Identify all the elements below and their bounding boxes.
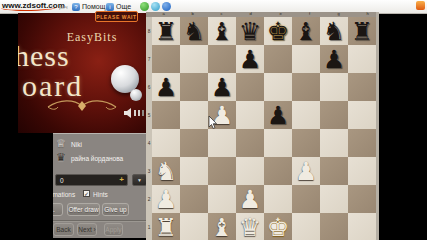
square-h6[interactable] bbox=[348, 73, 376, 101]
rank-label-6: 6 bbox=[147, 76, 152, 98]
white-crown-icon: ♕ bbox=[56, 138, 66, 149]
file-label-b: b bbox=[185, 12, 201, 16]
next-button[interactable]: Next › bbox=[77, 223, 97, 236]
square-a7[interactable] bbox=[152, 45, 180, 73]
rank-label-4: 4 bbox=[147, 132, 152, 154]
more-label: Още bbox=[116, 3, 131, 10]
piece-black-rook-h8[interactable]: ♜ bbox=[348, 17, 376, 45]
square-h7[interactable] bbox=[348, 45, 376, 73]
give-up-button[interactable]: Give up bbox=[102, 203, 129, 216]
square-h3[interactable] bbox=[348, 157, 376, 185]
square-b3[interactable] bbox=[180, 157, 208, 185]
player-black-name: райна йорданова bbox=[71, 155, 123, 162]
square-c3[interactable] bbox=[208, 157, 236, 185]
hints-checkbox[interactable]: ✓ bbox=[83, 190, 90, 197]
square-f5[interactable] bbox=[292, 101, 320, 129]
help-label: Помощ bbox=[82, 3, 105, 10]
piece-black-pawn-a6[interactable]: ♟ bbox=[152, 73, 180, 101]
square-e7[interactable] bbox=[264, 45, 292, 73]
square-c2[interactable] bbox=[208, 185, 236, 213]
piece-black-pawn-d7[interactable]: ♟ bbox=[236, 45, 264, 73]
square-f6[interactable] bbox=[292, 73, 320, 101]
square-d6[interactable] bbox=[236, 73, 264, 101]
square-f4[interactable] bbox=[292, 129, 320, 157]
file-label-e: e bbox=[272, 12, 288, 16]
piece-white-rook-a1[interactable]: ♜ bbox=[152, 213, 180, 240]
piece-black-king-e8[interactable]: ♚ bbox=[264, 17, 292, 45]
file-label-h: h bbox=[359, 12, 375, 16]
square-d3[interactable] bbox=[236, 157, 264, 185]
square-g6[interactable] bbox=[320, 73, 348, 101]
back-button[interactable]: Back bbox=[53, 223, 74, 236]
rank-label-3: 3 bbox=[147, 160, 152, 182]
rank-label-1: 1 bbox=[147, 216, 152, 238]
rank-label-8: 8 bbox=[147, 20, 152, 42]
black-crown-icon: ♛ bbox=[56, 152, 66, 163]
square-b6[interactable] bbox=[180, 73, 208, 101]
square-h5[interactable] bbox=[348, 101, 376, 129]
hints-label: Hints bbox=[93, 191, 108, 198]
square-b1[interactable] bbox=[180, 213, 208, 240]
window-right-edge bbox=[376, 12, 379, 240]
player-white-name: Niki bbox=[71, 141, 82, 148]
app-window: www.zdsoft.com реч ? Помощ i Още EasyBit… bbox=[0, 0, 427, 240]
app-orange-icon[interactable] bbox=[416, 1, 425, 10]
piece-black-pawn-e5[interactable]: ♟ bbox=[264, 101, 292, 129]
chevron-down-icon: ▼ bbox=[137, 177, 142, 183]
piece-black-queen-d8[interactable]: ♛ bbox=[236, 17, 264, 45]
square-a4[interactable] bbox=[152, 129, 180, 157]
file-label-g: g bbox=[330, 12, 346, 16]
chess-board: ♜♞♝♛♚♝♞♜♟♟♟♟♟♟♞♟♟♟♜♝♛♚ bbox=[152, 17, 376, 240]
square-a5[interactable] bbox=[152, 101, 180, 129]
square-b7[interactable] bbox=[180, 45, 208, 73]
piece-white-pawn-f3[interactable]: ♟ bbox=[292, 157, 320, 185]
piece-black-pawn-g7[interactable]: ♟ bbox=[320, 45, 348, 73]
square-b5[interactable] bbox=[180, 101, 208, 129]
square-d4[interactable] bbox=[236, 129, 264, 157]
square-b2[interactable] bbox=[180, 185, 208, 213]
apply-button[interactable]: Apply bbox=[104, 223, 123, 236]
piece-black-bishop-c8[interactable]: ♝ bbox=[208, 17, 236, 45]
square-f1[interactable] bbox=[292, 213, 320, 240]
piece-white-knight-a3[interactable]: ♞ bbox=[152, 157, 180, 185]
piece-white-king-e1[interactable]: ♚ bbox=[264, 213, 292, 240]
status-icon[interactable] bbox=[151, 2, 160, 11]
ad-title-line1: hess bbox=[18, 39, 70, 73]
square-b4[interactable] bbox=[180, 129, 208, 157]
square-g1[interactable] bbox=[320, 213, 348, 240]
square-g2[interactable] bbox=[320, 185, 348, 213]
piece-white-pawn-a2[interactable]: ♟ bbox=[152, 185, 180, 213]
square-f2[interactable] bbox=[292, 185, 320, 213]
piece-white-bishop-c1[interactable]: ♝ bbox=[208, 213, 236, 240]
square-h1[interactable] bbox=[348, 213, 376, 240]
pearl-small-graphic bbox=[130, 89, 142, 101]
square-c4[interactable] bbox=[208, 129, 236, 157]
call-icon[interactable] bbox=[140, 2, 149, 11]
watermark-subtext: реч bbox=[59, 4, 68, 9]
file-label-d: d bbox=[243, 12, 259, 16]
dropdown-button[interactable]: ▼ bbox=[132, 174, 147, 186]
piece-black-knight-b8[interactable]: ♞ bbox=[180, 17, 208, 45]
plus-icon[interactable]: + bbox=[119, 175, 124, 184]
please-wait-badge: PLEASE WAIT bbox=[95, 11, 138, 22]
file-label-c: c bbox=[214, 12, 230, 16]
piece-black-pawn-c6[interactable]: ♟ bbox=[208, 73, 236, 101]
square-e2[interactable] bbox=[264, 185, 292, 213]
square-g5[interactable] bbox=[320, 101, 348, 129]
rank-label-2: 2 bbox=[147, 188, 152, 210]
piece-black-rook-a8[interactable]: ♜ bbox=[152, 17, 180, 45]
settings-panel: ♕ Niki ♛ райна йорданова 0 + ▼ ✓ Animati… bbox=[53, 133, 148, 238]
panel-divider bbox=[53, 220, 148, 221]
square-g4[interactable] bbox=[320, 129, 348, 157]
spinner-value: 0 bbox=[60, 177, 64, 184]
rank-label-5: 5 bbox=[147, 104, 152, 126]
square-h4[interactable] bbox=[348, 129, 376, 157]
options-button-clipped[interactable]: ... bbox=[53, 203, 63, 216]
rank-label-7: 7 bbox=[147, 48, 152, 70]
square-h2[interactable] bbox=[348, 185, 376, 213]
info-icon[interactable] bbox=[162, 2, 171, 11]
square-f7[interactable] bbox=[292, 45, 320, 73]
square-e6[interactable] bbox=[264, 73, 292, 101]
file-label-f: f bbox=[301, 12, 317, 16]
volume-control[interactable] bbox=[104, 107, 146, 119]
piece-white-pawn-d2[interactable]: ♟ bbox=[236, 185, 264, 213]
square-g3[interactable] bbox=[320, 157, 348, 185]
piece-white-queen-d1[interactable]: ♛ bbox=[236, 213, 264, 240]
square-e4[interactable] bbox=[264, 129, 292, 157]
square-d5[interactable] bbox=[236, 101, 264, 129]
offer-draw-button[interactable]: Offer draw bbox=[67, 203, 100, 216]
file-label-a: a bbox=[155, 12, 171, 16]
value-spinner[interactable]: 0 + bbox=[55, 174, 128, 186]
square-c7[interactable] bbox=[208, 45, 236, 73]
piece-black-knight-g8[interactable]: ♞ bbox=[320, 17, 348, 45]
square-e3[interactable] bbox=[264, 157, 292, 185]
mouse-cursor bbox=[208, 116, 218, 130]
animations-label: Animations bbox=[53, 191, 75, 198]
help-icon: ? bbox=[72, 3, 80, 11]
piece-black-bishop-f8[interactable]: ♝ bbox=[292, 17, 320, 45]
more-icon: i bbox=[106, 3, 114, 11]
